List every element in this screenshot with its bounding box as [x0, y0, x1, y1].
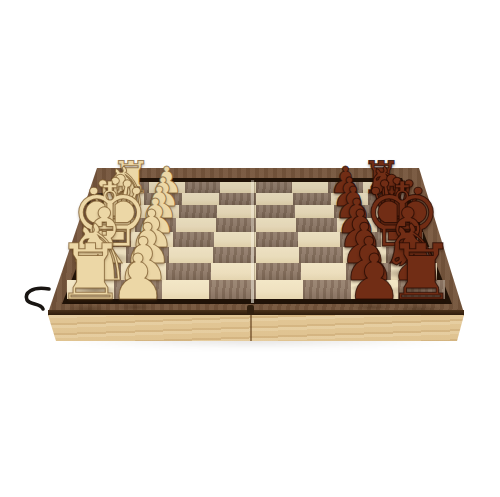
square-e5: [256, 232, 298, 247]
base-hinge-notch: [247, 305, 254, 315]
square-c3: [179, 205, 218, 218]
square-a5: [256, 182, 292, 193]
square-g4: [211, 263, 256, 280]
square-f3: [169, 247, 212, 263]
square-e3: [173, 232, 215, 247]
square-b5: [256, 193, 293, 205]
square-c6: [295, 205, 334, 218]
board-hinge-seam: [251, 180, 254, 303]
square-d5: [256, 218, 296, 232]
square-e6: [298, 232, 340, 247]
square-g5: [256, 263, 301, 280]
square-f4: [213, 247, 256, 263]
square-b6: [293, 193, 330, 205]
square-c5: [256, 205, 295, 218]
square-a3: [185, 182, 221, 193]
square-h5: [256, 280, 303, 299]
square-d4: [216, 218, 256, 232]
white-rook-h1: ♜: [56, 234, 125, 311]
base-hinge-seam: [250, 315, 252, 341]
square-f5: [256, 247, 299, 263]
square-a6: [292, 182, 328, 193]
square-h4: [209, 280, 256, 299]
clasp-hook-icon: [22, 284, 52, 312]
square-b3: [182, 193, 219, 205]
square-e4: [214, 232, 256, 247]
square-d3: [176, 218, 216, 232]
black-pawn-h7: ♟: [346, 246, 402, 309]
chess-set-photo: ♜♟♟♜♞♟♟♞♝♟♟♝♛♟♟♛♚♟♟♚♝♟♟♝♞♟♟♞♜♟♟♜: [0, 0, 500, 497]
square-d6: [296, 218, 336, 232]
